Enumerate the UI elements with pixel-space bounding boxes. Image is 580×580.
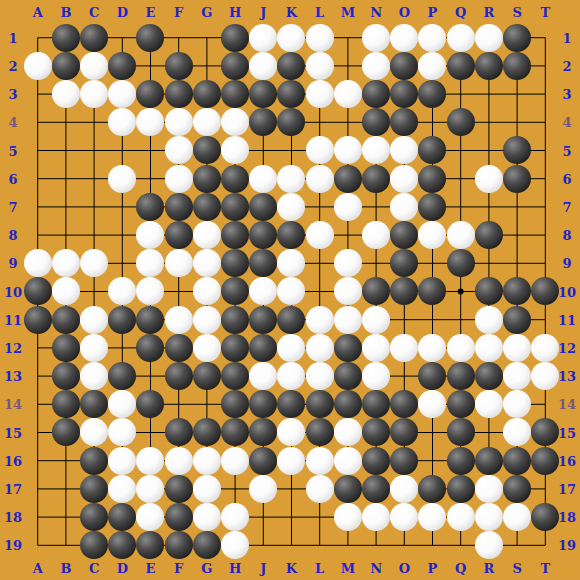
intersection-Q8[interactable] <box>446 221 474 249</box>
intersection-P9[interactable] <box>418 249 446 277</box>
intersection-Q3[interactable] <box>446 80 474 108</box>
intersection-E2[interactable] <box>136 52 164 80</box>
intersection-L7[interactable] <box>305 193 333 221</box>
intersection-T14[interactable] <box>531 390 559 418</box>
intersection-G12[interactable] <box>193 334 221 362</box>
intersection-T4[interactable] <box>531 108 559 136</box>
intersection-E14[interactable] <box>136 390 164 418</box>
intersection-K10[interactable] <box>277 277 305 305</box>
intersection-F11[interactable] <box>165 305 193 333</box>
intersection-R9[interactable] <box>475 249 503 277</box>
intersection-P18[interactable] <box>418 503 446 531</box>
intersection-K7[interactable] <box>277 193 305 221</box>
intersection-T1[interactable] <box>531 24 559 52</box>
intersection-R12[interactable] <box>475 334 503 362</box>
intersection-M1[interactable] <box>334 24 362 52</box>
intersection-T17[interactable] <box>531 475 559 503</box>
intersection-M19[interactable] <box>334 531 362 559</box>
intersection-F18[interactable] <box>165 503 193 531</box>
intersection-D5[interactable] <box>108 136 136 164</box>
intersection-E16[interactable] <box>136 446 164 474</box>
intersection-T13[interactable] <box>531 362 559 390</box>
intersection-S14[interactable] <box>503 390 531 418</box>
intersection-F19[interactable] <box>165 531 193 559</box>
intersection-K17[interactable] <box>277 475 305 503</box>
intersection-K8[interactable] <box>277 221 305 249</box>
intersection-H7[interactable] <box>221 193 249 221</box>
intersection-O11[interactable] <box>390 305 418 333</box>
intersection-S1[interactable] <box>503 24 531 52</box>
intersection-F9[interactable] <box>165 249 193 277</box>
intersection-G8[interactable] <box>193 221 221 249</box>
intersection-A18[interactable] <box>24 503 52 531</box>
intersection-F4[interactable] <box>165 108 193 136</box>
intersection-E9[interactable] <box>136 249 164 277</box>
intersection-R3[interactable] <box>475 80 503 108</box>
intersection-H18[interactable] <box>221 503 249 531</box>
intersection-D8[interactable] <box>108 221 136 249</box>
intersection-J11[interactable] <box>249 305 277 333</box>
intersection-J13[interactable] <box>249 362 277 390</box>
intersection-R2[interactable] <box>475 52 503 80</box>
intersection-A13[interactable] <box>24 362 52 390</box>
intersection-D10[interactable] <box>108 277 136 305</box>
intersection-H10[interactable] <box>221 277 249 305</box>
intersection-R13[interactable] <box>475 362 503 390</box>
intersection-C15[interactable] <box>80 418 108 446</box>
intersection-F17[interactable] <box>165 475 193 503</box>
intersection-M12[interactable] <box>334 334 362 362</box>
intersection-Q5[interactable] <box>446 136 474 164</box>
intersection-T3[interactable] <box>531 80 559 108</box>
intersection-T19[interactable] <box>531 531 559 559</box>
intersection-C8[interactable] <box>80 221 108 249</box>
intersection-P4[interactable] <box>418 108 446 136</box>
intersection-B5[interactable] <box>52 136 80 164</box>
intersection-K15[interactable] <box>277 418 305 446</box>
intersection-P13[interactable] <box>418 362 446 390</box>
intersection-N13[interactable] <box>362 362 390 390</box>
intersection-J1[interactable] <box>249 24 277 52</box>
intersection-T16[interactable] <box>531 446 559 474</box>
intersection-O16[interactable] <box>390 446 418 474</box>
intersection-C16[interactable] <box>80 446 108 474</box>
intersection-A12[interactable] <box>24 334 52 362</box>
intersection-N4[interactable] <box>362 108 390 136</box>
intersection-J15[interactable] <box>249 418 277 446</box>
intersection-P15[interactable] <box>418 418 446 446</box>
intersection-S18[interactable] <box>503 503 531 531</box>
intersection-M17[interactable] <box>334 475 362 503</box>
intersection-J19[interactable] <box>249 531 277 559</box>
intersection-F8[interactable] <box>165 221 193 249</box>
intersection-G10[interactable] <box>193 277 221 305</box>
intersection-M13[interactable] <box>334 362 362 390</box>
intersection-S16[interactable] <box>503 446 531 474</box>
intersection-A9[interactable] <box>24 249 52 277</box>
intersection-L15[interactable] <box>305 418 333 446</box>
intersection-D18[interactable] <box>108 503 136 531</box>
intersection-E10[interactable] <box>136 277 164 305</box>
intersection-J16[interactable] <box>249 446 277 474</box>
intersection-C10[interactable] <box>80 277 108 305</box>
intersection-S7[interactable] <box>503 193 531 221</box>
intersection-Q10[interactable] <box>446 277 474 305</box>
intersection-F3[interactable] <box>165 80 193 108</box>
intersection-C12[interactable] <box>80 334 108 362</box>
intersection-O2[interactable] <box>390 52 418 80</box>
intersection-N17[interactable] <box>362 475 390 503</box>
intersection-K3[interactable] <box>277 80 305 108</box>
intersection-E3[interactable] <box>136 80 164 108</box>
intersection-K13[interactable] <box>277 362 305 390</box>
intersection-S3[interactable] <box>503 80 531 108</box>
intersection-M9[interactable] <box>334 249 362 277</box>
intersection-O6[interactable] <box>390 165 418 193</box>
intersection-D11[interactable] <box>108 305 136 333</box>
intersection-C1[interactable] <box>80 24 108 52</box>
intersection-R6[interactable] <box>475 165 503 193</box>
intersection-P3[interactable] <box>418 80 446 108</box>
intersection-N1[interactable] <box>362 24 390 52</box>
intersection-J12[interactable] <box>249 334 277 362</box>
intersection-K11[interactable] <box>277 305 305 333</box>
intersection-G17[interactable] <box>193 475 221 503</box>
intersection-D12[interactable] <box>108 334 136 362</box>
intersection-L14[interactable] <box>305 390 333 418</box>
intersection-G15[interactable] <box>193 418 221 446</box>
intersection-B6[interactable] <box>52 165 80 193</box>
intersection-O19[interactable] <box>390 531 418 559</box>
intersection-C5[interactable] <box>80 136 108 164</box>
intersection-H15[interactable] <box>221 418 249 446</box>
intersection-P1[interactable] <box>418 24 446 52</box>
intersection-A4[interactable] <box>24 108 52 136</box>
intersection-D15[interactable] <box>108 418 136 446</box>
intersection-P8[interactable] <box>418 221 446 249</box>
intersection-N2[interactable] <box>362 52 390 80</box>
intersection-H12[interactable] <box>221 334 249 362</box>
intersection-C2[interactable] <box>80 52 108 80</box>
intersection-G1[interactable] <box>193 24 221 52</box>
intersection-L3[interactable] <box>305 80 333 108</box>
intersection-A16[interactable] <box>24 446 52 474</box>
intersection-E6[interactable] <box>136 165 164 193</box>
intersection-L11[interactable] <box>305 305 333 333</box>
intersection-O4[interactable] <box>390 108 418 136</box>
intersection-N10[interactable] <box>362 277 390 305</box>
intersection-Q4[interactable] <box>446 108 474 136</box>
intersection-D19[interactable] <box>108 531 136 559</box>
intersection-N6[interactable] <box>362 165 390 193</box>
intersection-K19[interactable] <box>277 531 305 559</box>
intersection-S5[interactable] <box>503 136 531 164</box>
intersection-L13[interactable] <box>305 362 333 390</box>
intersection-S10[interactable] <box>503 277 531 305</box>
intersection-L17[interactable] <box>305 475 333 503</box>
intersection-R8[interactable] <box>475 221 503 249</box>
intersection-C9[interactable] <box>80 249 108 277</box>
intersection-D6[interactable] <box>108 165 136 193</box>
intersection-H3[interactable] <box>221 80 249 108</box>
intersection-T9[interactable] <box>531 249 559 277</box>
intersection-A11[interactable] <box>24 305 52 333</box>
intersection-T18[interactable] <box>531 503 559 531</box>
intersection-B16[interactable] <box>52 446 80 474</box>
intersection-P6[interactable] <box>418 165 446 193</box>
intersection-E4[interactable] <box>136 108 164 136</box>
intersection-E5[interactable] <box>136 136 164 164</box>
intersection-Q1[interactable] <box>446 24 474 52</box>
intersection-T12[interactable] <box>531 334 559 362</box>
intersection-J3[interactable] <box>249 80 277 108</box>
intersection-D16[interactable] <box>108 446 136 474</box>
intersection-O7[interactable] <box>390 193 418 221</box>
intersection-C6[interactable] <box>80 165 108 193</box>
intersection-A7[interactable] <box>24 193 52 221</box>
intersection-E15[interactable] <box>136 418 164 446</box>
intersection-R17[interactable] <box>475 475 503 503</box>
intersection-B8[interactable] <box>52 221 80 249</box>
intersection-L5[interactable] <box>305 136 333 164</box>
intersection-B9[interactable] <box>52 249 80 277</box>
intersection-E13[interactable] <box>136 362 164 390</box>
intersection-R7[interactable] <box>475 193 503 221</box>
intersection-T5[interactable] <box>531 136 559 164</box>
intersection-E19[interactable] <box>136 531 164 559</box>
intersection-J4[interactable] <box>249 108 277 136</box>
intersection-P10[interactable] <box>418 277 446 305</box>
intersection-Q17[interactable] <box>446 475 474 503</box>
intersection-K18[interactable] <box>277 503 305 531</box>
intersection-J18[interactable] <box>249 503 277 531</box>
intersection-N11[interactable] <box>362 305 390 333</box>
intersection-T8[interactable] <box>531 221 559 249</box>
intersection-H6[interactable] <box>221 165 249 193</box>
intersection-J6[interactable] <box>249 165 277 193</box>
intersection-N16[interactable] <box>362 446 390 474</box>
intersection-S6[interactable] <box>503 165 531 193</box>
intersection-P2[interactable] <box>418 52 446 80</box>
intersection-Q13[interactable] <box>446 362 474 390</box>
intersection-F1[interactable] <box>165 24 193 52</box>
intersection-B7[interactable] <box>52 193 80 221</box>
intersection-O9[interactable] <box>390 249 418 277</box>
intersection-O5[interactable] <box>390 136 418 164</box>
intersection-G18[interactable] <box>193 503 221 531</box>
intersection-N9[interactable] <box>362 249 390 277</box>
intersection-B1[interactable] <box>52 24 80 52</box>
intersection-Q18[interactable] <box>446 503 474 531</box>
intersection-H5[interactable] <box>221 136 249 164</box>
intersection-N14[interactable] <box>362 390 390 418</box>
intersection-B3[interactable] <box>52 80 80 108</box>
intersection-L12[interactable] <box>305 334 333 362</box>
intersection-T7[interactable] <box>531 193 559 221</box>
intersection-G16[interactable] <box>193 446 221 474</box>
intersection-M14[interactable] <box>334 390 362 418</box>
intersection-K1[interactable] <box>277 24 305 52</box>
intersection-M5[interactable] <box>334 136 362 164</box>
intersection-S12[interactable] <box>503 334 531 362</box>
intersection-A6[interactable] <box>24 165 52 193</box>
intersection-D1[interactable] <box>108 24 136 52</box>
intersection-K9[interactable] <box>277 249 305 277</box>
intersection-H2[interactable] <box>221 52 249 80</box>
intersection-C14[interactable] <box>80 390 108 418</box>
intersection-A5[interactable] <box>24 136 52 164</box>
intersection-D14[interactable] <box>108 390 136 418</box>
intersection-K5[interactable] <box>277 136 305 164</box>
intersection-A8[interactable] <box>24 221 52 249</box>
intersection-G2[interactable] <box>193 52 221 80</box>
intersection-R4[interactable] <box>475 108 503 136</box>
intersection-G19[interactable] <box>193 531 221 559</box>
intersection-S2[interactable] <box>503 52 531 80</box>
intersection-N18[interactable] <box>362 503 390 531</box>
intersection-G4[interactable] <box>193 108 221 136</box>
intersection-E8[interactable] <box>136 221 164 249</box>
intersection-H1[interactable] <box>221 24 249 52</box>
intersection-B19[interactable] <box>52 531 80 559</box>
intersection-R14[interactable] <box>475 390 503 418</box>
intersection-R1[interactable] <box>475 24 503 52</box>
intersection-Q9[interactable] <box>446 249 474 277</box>
intersection-M18[interactable] <box>334 503 362 531</box>
intersection-J14[interactable] <box>249 390 277 418</box>
intersection-O12[interactable] <box>390 334 418 362</box>
intersection-Q11[interactable] <box>446 305 474 333</box>
intersection-R11[interactable] <box>475 305 503 333</box>
intersection-E12[interactable] <box>136 334 164 362</box>
intersection-H9[interactable] <box>221 249 249 277</box>
intersection-K12[interactable] <box>277 334 305 362</box>
intersection-E18[interactable] <box>136 503 164 531</box>
intersection-T10[interactable] <box>531 277 559 305</box>
intersection-B18[interactable] <box>52 503 80 531</box>
intersection-L18[interactable] <box>305 503 333 531</box>
intersection-L16[interactable] <box>305 446 333 474</box>
intersection-R19[interactable] <box>475 531 503 559</box>
intersection-M10[interactable] <box>334 277 362 305</box>
intersection-P11[interactable] <box>418 305 446 333</box>
intersection-F7[interactable] <box>165 193 193 221</box>
intersection-T15[interactable] <box>531 418 559 446</box>
intersection-S8[interactable] <box>503 221 531 249</box>
intersection-G13[interactable] <box>193 362 221 390</box>
intersection-T11[interactable] <box>531 305 559 333</box>
intersection-S15[interactable] <box>503 418 531 446</box>
intersection-C19[interactable] <box>80 531 108 559</box>
intersection-J7[interactable] <box>249 193 277 221</box>
intersection-S13[interactable] <box>503 362 531 390</box>
intersection-A15[interactable] <box>24 418 52 446</box>
intersection-N12[interactable] <box>362 334 390 362</box>
intersection-H13[interactable] <box>221 362 249 390</box>
intersection-J9[interactable] <box>249 249 277 277</box>
intersection-O18[interactable] <box>390 503 418 531</box>
intersection-N15[interactable] <box>362 418 390 446</box>
intersection-G7[interactable] <box>193 193 221 221</box>
intersection-F6[interactable] <box>165 165 193 193</box>
intersection-E7[interactable] <box>136 193 164 221</box>
intersection-H4[interactable] <box>221 108 249 136</box>
intersection-Q15[interactable] <box>446 418 474 446</box>
intersection-D13[interactable] <box>108 362 136 390</box>
intersection-N3[interactable] <box>362 80 390 108</box>
intersection-L8[interactable] <box>305 221 333 249</box>
intersection-M6[interactable] <box>334 165 362 193</box>
intersection-M4[interactable] <box>334 108 362 136</box>
intersection-C7[interactable] <box>80 193 108 221</box>
intersection-R18[interactable] <box>475 503 503 531</box>
intersection-F5[interactable] <box>165 136 193 164</box>
intersection-L6[interactable] <box>305 165 333 193</box>
intersection-D2[interactable] <box>108 52 136 80</box>
intersection-F12[interactable] <box>165 334 193 362</box>
intersection-D17[interactable] <box>108 475 136 503</box>
intersection-M7[interactable] <box>334 193 362 221</box>
intersection-D4[interactable] <box>108 108 136 136</box>
intersection-Q19[interactable] <box>446 531 474 559</box>
intersection-G9[interactable] <box>193 249 221 277</box>
intersection-B4[interactable] <box>52 108 80 136</box>
intersection-P14[interactable] <box>418 390 446 418</box>
intersection-M11[interactable] <box>334 305 362 333</box>
intersection-F16[interactable] <box>165 446 193 474</box>
intersection-C3[interactable] <box>80 80 108 108</box>
intersection-L9[interactable] <box>305 249 333 277</box>
intersection-E17[interactable] <box>136 475 164 503</box>
intersection-H14[interactable] <box>221 390 249 418</box>
intersection-C13[interactable] <box>80 362 108 390</box>
intersection-B11[interactable] <box>52 305 80 333</box>
intersection-B17[interactable] <box>52 475 80 503</box>
intersection-O3[interactable] <box>390 80 418 108</box>
intersection-L2[interactable] <box>305 52 333 80</box>
intersection-Q16[interactable] <box>446 446 474 474</box>
intersection-H16[interactable] <box>221 446 249 474</box>
intersection-B14[interactable] <box>52 390 80 418</box>
intersection-K4[interactable] <box>277 108 305 136</box>
intersection-S19[interactable] <box>503 531 531 559</box>
intersection-T2[interactable] <box>531 52 559 80</box>
intersection-B2[interactable] <box>52 52 80 80</box>
intersection-H11[interactable] <box>221 305 249 333</box>
intersection-M3[interactable] <box>334 80 362 108</box>
intersection-L4[interactable] <box>305 108 333 136</box>
intersection-C17[interactable] <box>80 475 108 503</box>
intersection-Q14[interactable] <box>446 390 474 418</box>
intersection-O10[interactable] <box>390 277 418 305</box>
intersection-F10[interactable] <box>165 277 193 305</box>
intersection-M15[interactable] <box>334 418 362 446</box>
intersection-H8[interactable] <box>221 221 249 249</box>
intersection-A1[interactable] <box>24 24 52 52</box>
intersection-O17[interactable] <box>390 475 418 503</box>
intersection-B12[interactable] <box>52 334 80 362</box>
intersection-J17[interactable] <box>249 475 277 503</box>
intersection-S9[interactable] <box>503 249 531 277</box>
intersection-Q6[interactable] <box>446 165 474 193</box>
intersection-E11[interactable] <box>136 305 164 333</box>
intersection-N7[interactable] <box>362 193 390 221</box>
intersection-Q7[interactable] <box>446 193 474 221</box>
intersection-F15[interactable] <box>165 418 193 446</box>
intersection-A14[interactable] <box>24 390 52 418</box>
intersection-Q12[interactable] <box>446 334 474 362</box>
intersection-L19[interactable] <box>305 531 333 559</box>
